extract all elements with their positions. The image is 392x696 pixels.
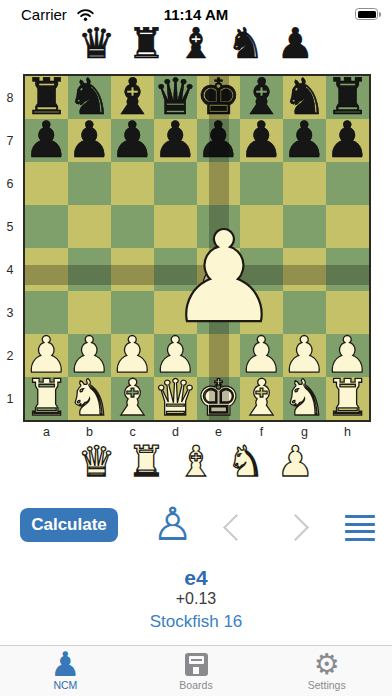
gear-icon: ⚙ bbox=[314, 650, 340, 678]
white-piece-b1: ♞ bbox=[67, 377, 112, 420]
rank-label-6: 6 bbox=[2, 162, 18, 205]
board-frame: ♜♞♝♛♚♝♞♜♟♟♟♟♟♟♟♟♟♟♟♟♟♟♟♟♜♞♝♛♚♝♞♜♟ bbox=[23, 74, 371, 422]
side-to-move-pawn-icon[interactable]: ♙ bbox=[152, 502, 192, 546]
tab-ncm[interactable]: ♟ NCM bbox=[0, 646, 131, 696]
white-piece-e1: ♚ bbox=[196, 377, 241, 420]
square-g1[interactable]: ♞ bbox=[283, 377, 326, 420]
square-f7[interactable]: ♟ bbox=[240, 119, 283, 162]
square-h5[interactable] bbox=[326, 205, 369, 248]
square-h1[interactable]: ♜ bbox=[326, 377, 369, 420]
black-piece-a7: ♟ bbox=[24, 119, 69, 162]
black-piece-g7: ♟ bbox=[282, 119, 327, 162]
square-h4[interactable] bbox=[326, 248, 369, 291]
calculate-button[interactable]: Calculate bbox=[20, 508, 118, 542]
spare-black-q[interactable]: ♛ bbox=[78, 26, 116, 62]
rank-label-5: 5 bbox=[2, 205, 18, 248]
black-piece-e7: ♟ bbox=[196, 119, 241, 162]
square-b4[interactable] bbox=[68, 248, 111, 291]
spare-white-n[interactable]: ♞ bbox=[227, 444, 265, 480]
spare-pieces-white-row: ♛♜♝♞♟ bbox=[0, 444, 392, 480]
square-b5[interactable] bbox=[68, 205, 111, 248]
square-d7[interactable]: ♟ bbox=[154, 119, 197, 162]
engine-name-link[interactable]: Stockfish 16 bbox=[0, 612, 392, 632]
spare-black-n[interactable]: ♞ bbox=[227, 26, 265, 62]
white-piece-h1: ♜ bbox=[325, 377, 370, 420]
white-piece-g1: ♞ bbox=[282, 377, 327, 420]
square-a1[interactable]: ♜ bbox=[25, 377, 68, 420]
square-g5[interactable] bbox=[283, 205, 326, 248]
battery-icon bbox=[355, 8, 378, 20]
black-piece-f7: ♟ bbox=[239, 119, 284, 162]
square-f1[interactable]: ♝ bbox=[240, 377, 283, 420]
square-c5[interactable] bbox=[111, 205, 154, 248]
save-boards-icon bbox=[185, 653, 208, 676]
square-e1[interactable]: ♚ bbox=[197, 377, 240, 420]
square-g7[interactable]: ♟ bbox=[283, 119, 326, 162]
spare-white-p[interactable]: ♟ bbox=[276, 444, 314, 480]
square-h7[interactable]: ♟ bbox=[326, 119, 369, 162]
tab-boards[interactable]: Boards bbox=[131, 646, 262, 696]
oversized-moving-pawn[interactable]: ♟ bbox=[161, 215, 287, 341]
black-piece-h7: ♟ bbox=[325, 119, 370, 162]
spare-pieces-black-row: ♛♜♝♞♟ bbox=[0, 26, 392, 62]
rank-label-2: 2 bbox=[2, 334, 18, 377]
board: ♜♞♝♛♚♝♞♜♟♟♟♟♟♟♟♟♟♟♟♟♟♟♟♟♜♞♝♛♚♝♞♜♟ bbox=[25, 76, 369, 420]
rank-labels: 87654321 bbox=[2, 76, 18, 420]
tab-bar: ♟ NCM Boards ⚙ Settings bbox=[0, 645, 392, 696]
white-piece-a1: ♜ bbox=[24, 377, 69, 420]
controls-row: Calculate ♙ bbox=[0, 500, 392, 552]
spare-white-r[interactable]: ♜ bbox=[128, 444, 166, 480]
file-label-a: a bbox=[25, 425, 68, 441]
white-piece-f1: ♝ bbox=[239, 377, 284, 420]
square-g4[interactable] bbox=[283, 248, 326, 291]
rank-label-4: 4 bbox=[2, 248, 18, 291]
spare-white-q[interactable]: ♛ bbox=[78, 444, 116, 480]
rank-label-3: 3 bbox=[2, 291, 18, 334]
rank-label-8: 8 bbox=[2, 76, 18, 119]
white-piece-d1: ♛ bbox=[153, 377, 198, 420]
menu-icon[interactable] bbox=[345, 515, 375, 541]
square-a5[interactable] bbox=[25, 205, 68, 248]
square-c7[interactable]: ♟ bbox=[111, 119, 154, 162]
rank-label-1: 1 bbox=[2, 377, 18, 420]
file-label-h: h bbox=[326, 425, 369, 441]
best-move-text: e4 bbox=[0, 566, 392, 590]
square-a7[interactable]: ♟ bbox=[25, 119, 68, 162]
square-b1[interactable]: ♞ bbox=[68, 377, 111, 420]
eval-score-text: +0.13 bbox=[0, 590, 392, 608]
square-a4[interactable] bbox=[25, 248, 68, 291]
square-c1[interactable]: ♝ bbox=[111, 377, 154, 420]
black-piece-d7: ♟ bbox=[153, 119, 198, 162]
pawn-icon: ♟ bbox=[50, 650, 80, 678]
square-c4[interactable] bbox=[111, 248, 154, 291]
white-piece-c1: ♝ bbox=[110, 377, 155, 420]
spare-white-b[interactable]: ♝ bbox=[177, 444, 215, 480]
black-piece-b7: ♟ bbox=[67, 119, 112, 162]
app-root: Carrier 11:14 AM ♛♜♝♞♟ 87654321 ♜♞♝♛♚♝♞♜… bbox=[0, 0, 392, 696]
square-e7[interactable]: ♟ bbox=[197, 119, 240, 162]
tab-settings[interactable]: ⚙ Settings bbox=[261, 646, 392, 696]
chevron-right-icon[interactable] bbox=[282, 514, 309, 541]
spare-black-r[interactable]: ♜ bbox=[128, 26, 166, 62]
spare-black-p[interactable]: ♟ bbox=[276, 26, 314, 62]
square-d1[interactable]: ♛ bbox=[154, 377, 197, 420]
square-b7[interactable]: ♟ bbox=[68, 119, 111, 162]
rank-label-7: 7 bbox=[2, 119, 18, 162]
black-piece-c7: ♟ bbox=[110, 119, 155, 162]
spare-black-b[interactable]: ♝ bbox=[177, 26, 215, 62]
chevron-left-icon[interactable] bbox=[223, 514, 250, 541]
